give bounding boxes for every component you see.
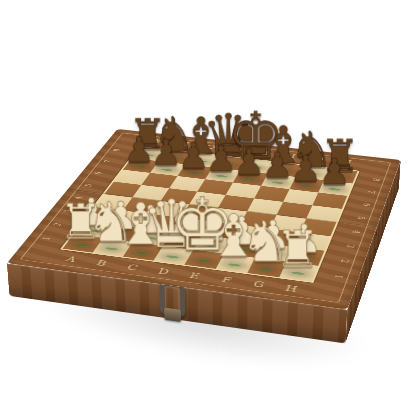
file-label-f-front: F — [209, 275, 244, 286]
file-label-d-front: D — [146, 267, 181, 277]
clasp-catch — [164, 307, 181, 322]
clasp — [156, 278, 188, 328]
black-pawn-glyph: ♟ — [303, 154, 365, 190]
file-label-e-front: E — [177, 271, 212, 282]
scene: AABBCCDDEEFFGGHH1122334455667788 ♜♞♝♛♚♝♞… — [0, 0, 416, 416]
chess-board-box: AABBCCDDEEFFGGHH1122334455667788 ♜♞♝♛♚♝♞… — [7, 129, 401, 310]
file-label-c-front: C — [115, 263, 150, 273]
file-label-a-front: A — [53, 254, 88, 264]
rank-label-5-right: 5 — [351, 214, 367, 222]
white-rook-glyph: ♜ — [262, 224, 332, 274]
rank-label-3-right: 3 — [340, 242, 357, 251]
rank-label-6-right: 6 — [356, 201, 372, 209]
file-label-h-front: H — [273, 284, 309, 295]
fold-seam-right — [375, 226, 377, 257]
rank-label-6-left: 6 — [92, 170, 109, 177]
rank-label-4-right: 4 — [345, 227, 362, 235]
file-label-b-front: B — [84, 258, 119, 268]
rank-label-5-left: 5 — [82, 182, 99, 189]
file-label-g-front: G — [241, 279, 276, 290]
